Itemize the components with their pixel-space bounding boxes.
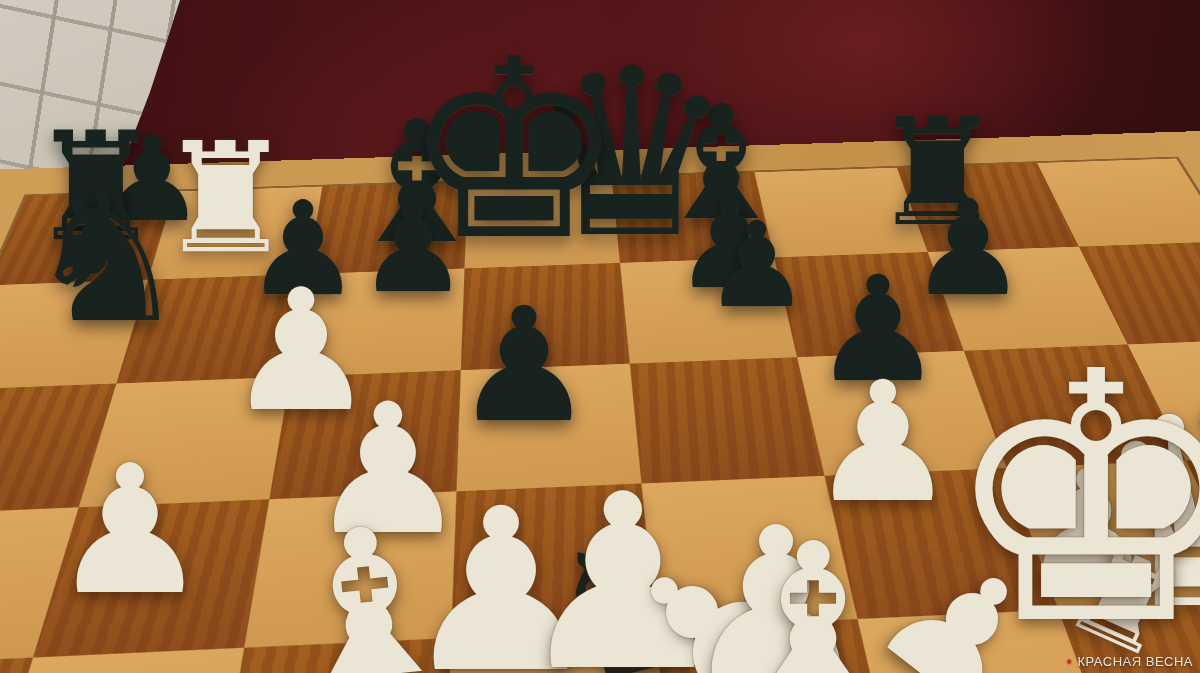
piece-white-B-c1: ♝: [721, 517, 905, 673]
piece-black-P-e5: ♟: [453, 286, 595, 444]
piece-black-P-c6: ♟: [704, 206, 810, 324]
piece-black-N-loose: ♞: [25, 166, 188, 348]
piece-white-B-f1: ♝: [265, 494, 469, 673]
piece-white-P-h3: ♟: [50, 442, 210, 620]
